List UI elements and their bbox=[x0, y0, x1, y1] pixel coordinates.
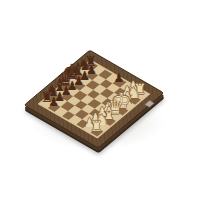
chess-set-photo: ♜♟♟♜♞♟♟♞♝♟♟♝♚♟♟♚♛♟♟♛♝♟♟♝♞♟♟♞♜♟♟♜ bbox=[0, 0, 200, 200]
black-pawn: ♟ bbox=[114, 72, 125, 84]
square-a1: ♜ bbox=[90, 127, 103, 136]
black-pawn: ♟ bbox=[48, 96, 59, 108]
white-rook: ♜ bbox=[90, 119, 103, 133]
